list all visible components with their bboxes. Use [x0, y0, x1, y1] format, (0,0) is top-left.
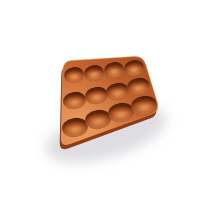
product-photo — [0, 0, 200, 200]
